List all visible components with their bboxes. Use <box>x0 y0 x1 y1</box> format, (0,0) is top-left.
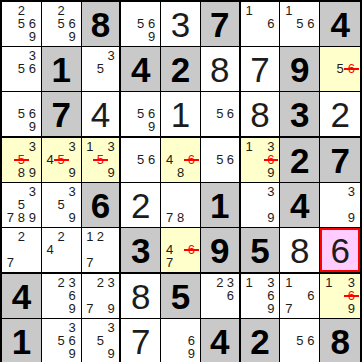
given-digit: 3 <box>131 233 150 268</box>
candidate-5: 5 <box>56 198 67 211</box>
cell-r4c3[interactable]: 1359 <box>82 138 122 183</box>
candidate-5: 5 <box>95 334 106 347</box>
candidate-grid: 16 <box>241 2 280 46</box>
candidate-4: 4 <box>164 153 175 166</box>
candidate-9: 9 <box>266 211 277 224</box>
candidate-grid: 24 <box>42 228 81 272</box>
candidate-3: 3 <box>67 140 78 153</box>
candidate-grid: 35789 <box>2 183 41 227</box>
cell-r3c1[interactable]: 569 <box>2 92 42 138</box>
candidate-2: 2 <box>56 276 67 289</box>
cell-r1c4[interactable]: 569 <box>121 2 161 47</box>
candidate-6: 6 <box>305 334 316 347</box>
candidate-9: 9 <box>27 211 38 224</box>
candidate-3: 3 <box>106 49 117 62</box>
cell-r7c2[interactable]: 2369 <box>42 274 82 319</box>
solved-digit: 8 <box>210 52 229 87</box>
cell-r7c7[interactable]: 1369 <box>241 274 281 319</box>
cell-r8c3[interactable]: 359 <box>82 319 122 362</box>
cell-r5c6[interactable]: 1 <box>201 183 241 228</box>
cell-r2c3[interactable]: 35 <box>82 47 122 92</box>
candidate-9: 9 <box>146 120 157 133</box>
cell-r6c4[interactable]: 3 <box>121 228 161 274</box>
candidate-5: 5 <box>56 334 67 347</box>
candidate-7: 7 <box>85 256 96 269</box>
cell-r2c7[interactable]: 7 <box>241 47 281 92</box>
cell-r3c5[interactable]: 1 <box>161 92 201 138</box>
candidate-5: 5 <box>214 107 225 120</box>
cell-r7c8[interactable]: 167 <box>280 274 320 319</box>
given-digit: 9 <box>290 52 309 87</box>
candidate-grid: 1369 <box>320 274 360 318</box>
candidate-6: 6 <box>146 153 157 166</box>
solved-digit: 8 <box>250 97 269 132</box>
candidate-4: 4 <box>45 243 56 256</box>
candidate-3: 3 <box>27 140 38 153</box>
cell-r1c2[interactable]: 2569 <box>42 2 82 47</box>
candidate-2: 2 <box>56 230 67 243</box>
candidate-5: 5 <box>16 17 27 30</box>
candidate-8: 8 <box>175 211 186 224</box>
candidate-6: 6 <box>225 153 236 166</box>
cell-r2c1[interactable]: 356 <box>2 47 42 92</box>
candidate-7: 7 <box>5 256 16 269</box>
solved-digit: 6 <box>330 233 349 268</box>
solved-digit: 3 <box>171 7 190 42</box>
cell-r8c9[interactable]: 8 <box>320 319 360 362</box>
given-digit: 1 <box>210 188 229 223</box>
candidate-1: 1 <box>283 4 294 17</box>
candidate-7: 7 <box>283 302 294 315</box>
candidate-grid: 3459 <box>42 138 81 182</box>
solved-digit: 4 <box>91 97 110 132</box>
candidate-6: 6 <box>225 289 236 302</box>
candidate-1: 1 <box>85 140 96 153</box>
candidate-8: 8 <box>16 166 27 179</box>
cell-r2c6[interactable]: 8 <box>201 47 241 92</box>
cell-r5c5[interactable]: 78 <box>161 183 201 228</box>
cell-r5c8[interactable]: 4 <box>280 183 320 228</box>
candidate-6: 6 <box>186 153 197 166</box>
candidate-9: 9 <box>266 302 277 315</box>
cell-r4c2[interactable]: 3459 <box>42 138 82 183</box>
given-digit: 4 <box>330 7 349 42</box>
given-digit: 8 <box>91 7 110 42</box>
candidate-6: 6 <box>266 17 277 30</box>
candidate-5: 5 <box>294 334 305 347</box>
candidate-5: 5 <box>56 153 67 166</box>
cell-r6c2[interactable]: 24 <box>42 228 82 274</box>
cell-r1c6[interactable]: 7 <box>201 2 241 47</box>
cell-r3c4[interactable]: 569 <box>121 92 161 138</box>
candidate-2: 2 <box>16 230 27 243</box>
cell-r7c4[interactable]: 8 <box>121 274 161 319</box>
candidate-5: 5 <box>95 62 106 75</box>
cell-r2c5[interactable]: 2 <box>161 47 201 92</box>
candidate-6: 6 <box>305 17 316 30</box>
candidate-grid: 359 <box>42 183 81 227</box>
solved-digit: 2 <box>330 97 349 132</box>
candidate-grid: 236 <box>201 274 239 318</box>
cell-r8c8[interactable]: 56 <box>280 319 320 362</box>
candidate-grid: 127 <box>82 228 120 272</box>
candidate-2: 2 <box>95 276 106 289</box>
candidate-grid: 56 <box>121 138 160 182</box>
candidate-grid: 359 <box>82 319 120 362</box>
given-digit: 7 <box>330 143 349 178</box>
candidate-7: 7 <box>85 302 96 315</box>
given-digit: 2 <box>250 324 269 359</box>
cell-r2c2[interactable]: 1 <box>42 47 82 92</box>
candidate-3: 3 <box>27 185 38 198</box>
candidate-2: 2 <box>214 276 225 289</box>
candidate-9: 9 <box>106 347 117 360</box>
candidate-grid: 569 <box>121 92 160 136</box>
cell-r1c1[interactable]: 2569 <box>2 2 42 47</box>
solved-digit: 8 <box>131 279 150 314</box>
given-digit: 4 <box>131 52 150 87</box>
cell-r3c2[interactable]: 7 <box>42 92 82 138</box>
candidate-grid: 35 <box>82 47 120 91</box>
cell-r8c1[interactable]: 1 <box>2 319 42 362</box>
candidate-7: 7 <box>164 256 175 269</box>
cell-r7c9[interactable]: 1369 <box>320 274 360 319</box>
candidate-9: 9 <box>67 30 78 43</box>
candidate-6: 6 <box>225 107 236 120</box>
candidate-grid: 167 <box>280 274 319 318</box>
candidate-5: 5 <box>294 17 305 30</box>
solved-digit: 7 <box>250 52 269 87</box>
candidate-5: 5 <box>16 62 27 75</box>
candidate-grid: 468 <box>161 138 200 182</box>
cell-r3c8[interactable]: 3 <box>280 92 320 138</box>
cell-r7c6[interactable]: 236 <box>201 274 241 319</box>
given-digit: 7 <box>210 7 229 42</box>
candidate-3: 3 <box>106 276 117 289</box>
given-digit: 8 <box>330 324 349 359</box>
candidate-5: 5 <box>135 153 146 166</box>
cell-r6c1[interactable]: 27 <box>2 228 42 274</box>
cell-r5c2[interactable]: 359 <box>42 183 82 228</box>
given-digit: 2 <box>171 52 190 87</box>
candidate-grid: 467 <box>161 228 200 272</box>
cell-r4c1[interactable]: 3589 <box>2 138 42 183</box>
solved-digit: 2 <box>131 188 150 223</box>
candidate-grid: 69 <box>161 319 200 362</box>
solved-digit: 8 <box>290 233 309 268</box>
cell-r8c6[interactable]: 4 <box>201 319 241 362</box>
candidate-7: 7 <box>164 211 175 224</box>
given-digit: 3 <box>290 97 309 132</box>
cell-r3c3[interactable]: 4 <box>82 92 122 138</box>
candidate-9: 9 <box>146 30 157 43</box>
candidate-1: 1 <box>323 276 334 289</box>
candidate-9: 9 <box>67 347 78 360</box>
candidate-grid: 56 <box>201 92 239 136</box>
cell-r7c5[interactable]: 5 <box>161 274 201 319</box>
cell-r8c7[interactable]: 2 <box>241 319 281 362</box>
cell-r1c5[interactable]: 3 <box>161 2 201 47</box>
cell-r4c4[interactable]: 56 <box>121 138 161 183</box>
candidate-grid: 56 <box>320 47 360 91</box>
candidate-grid: 3589 <box>2 138 41 182</box>
candidate-9: 9 <box>67 211 78 224</box>
given-digit: 4 <box>290 188 309 223</box>
given-digit: 1 <box>51 52 70 87</box>
cell-r4c6[interactable]: 56 <box>201 138 241 183</box>
candidate-grid: 78 <box>161 183 200 227</box>
candidate-9: 9 <box>346 211 357 224</box>
candidate-6: 6 <box>346 62 357 75</box>
candidate-grid: 3569 <box>42 319 81 362</box>
cell-r8c2[interactable]: 3569 <box>42 319 82 362</box>
cell-r6c3[interactable]: 127 <box>82 228 122 274</box>
candidate-grid: 56 <box>280 319 319 362</box>
candidate-1: 1 <box>283 276 294 289</box>
candidate-grid: 39 <box>320 183 360 227</box>
candidate-grid: 1369 <box>241 274 280 318</box>
cell-r6c5[interactable]: 467 <box>161 228 201 274</box>
candidate-5: 5 <box>56 17 67 30</box>
candidate-1: 1 <box>244 4 255 17</box>
given-digit: 4 <box>12 279 31 314</box>
cell-r5c9[interactable]: 39 <box>320 183 360 228</box>
candidate-grid: 1369 <box>241 138 280 182</box>
solved-digit: 1 <box>171 97 190 132</box>
candidate-5: 5 <box>135 107 146 120</box>
cell-r8c5[interactable]: 69 <box>161 319 201 362</box>
candidate-9: 9 <box>67 302 78 315</box>
candidate-grid: 39 <box>241 183 280 227</box>
candidate-grid: 56 <box>201 138 239 182</box>
cell-r7c3[interactable]: 2379 <box>82 274 122 319</box>
cell-r5c1[interactable]: 35789 <box>2 183 42 228</box>
candidate-5: 5 <box>214 153 225 166</box>
candidate-9: 9 <box>186 347 197 360</box>
cell-r3c9[interactable]: 2 <box>320 92 360 138</box>
cell-r2c9[interactable]: 56 <box>320 47 360 92</box>
candidate-9: 9 <box>67 166 78 179</box>
cell-r4c9[interactable]: 7 <box>320 138 360 183</box>
sudoku-board: 2569256985693716156435613542879565697456… <box>0 0 362 362</box>
candidate-grid: 1359 <box>82 138 120 182</box>
given-digit: 4 <box>210 324 229 359</box>
candidate-1: 1 <box>244 140 255 153</box>
given-digit: 2 <box>290 143 309 178</box>
candidate-5: 5 <box>95 153 106 166</box>
cell-r8c4[interactable]: 7 <box>121 319 161 362</box>
candidate-grid: 2379 <box>82 274 120 318</box>
candidate-5: 5 <box>16 107 27 120</box>
candidate-grid: 2369 <box>42 274 81 318</box>
candidate-9: 9 <box>346 302 357 315</box>
solved-digit: 7 <box>131 324 150 359</box>
candidate-6: 6 <box>27 62 38 75</box>
cell-r1c9[interactable]: 4 <box>320 2 360 47</box>
candidate-grid: 156 <box>280 2 319 46</box>
candidate-3: 3 <box>346 185 357 198</box>
cell-r1c3[interactable]: 8 <box>82 2 122 47</box>
candidate-7: 7 <box>5 211 16 224</box>
cell-r1c7[interactable]: 16 <box>241 2 281 47</box>
candidate-9: 9 <box>266 166 277 179</box>
candidate-9: 9 <box>27 30 38 43</box>
cell-r6c9[interactable]: 6 <box>320 228 360 274</box>
cell-r7c1[interactable]: 4 <box>2 274 42 319</box>
cell-r6c7[interactable]: 5 <box>241 228 281 274</box>
cell-r4c5[interactable]: 468 <box>161 138 201 183</box>
candidate-8: 8 <box>16 211 27 224</box>
candidate-grid: 2569 <box>2 2 41 46</box>
candidate-grid: 569 <box>2 92 41 136</box>
cell-r5c7[interactable]: 39 <box>241 183 281 228</box>
candidate-9: 9 <box>106 166 117 179</box>
candidate-9: 9 <box>106 302 117 315</box>
cell-r6c8[interactable]: 8 <box>280 228 320 274</box>
candidate-9: 9 <box>27 120 38 133</box>
candidate-grid: 2569 <box>42 2 81 46</box>
candidate-9: 9 <box>27 166 38 179</box>
candidate-grid: 356 <box>2 47 41 91</box>
candidate-3: 3 <box>266 185 277 198</box>
cell-r3c6[interactable]: 56 <box>201 92 241 138</box>
cell-r5c4[interactable]: 2 <box>121 183 161 228</box>
cell-r6c6[interactable]: 9 <box>201 228 241 274</box>
candidate-3: 3 <box>67 185 78 198</box>
given-digit: 5 <box>250 233 269 268</box>
given-digit: 9 <box>210 233 229 268</box>
given-digit: 1 <box>12 324 31 359</box>
candidate-6: 6 <box>186 243 197 256</box>
candidate-2: 2 <box>95 230 106 243</box>
cell-r3c7[interactable]: 8 <box>241 92 281 138</box>
candidate-6: 6 <box>305 289 316 302</box>
cell-r1c8[interactable]: 156 <box>280 2 320 47</box>
given-digit: 6 <box>91 188 110 223</box>
candidate-8: 8 <box>175 166 186 179</box>
candidate-grid: 569 <box>121 2 160 46</box>
given-digit: 5 <box>171 279 190 314</box>
cell-r4c7[interactable]: 1369 <box>241 138 281 183</box>
cell-r2c8[interactable]: 9 <box>280 47 320 92</box>
cell-r4c8[interactable]: 2 <box>280 138 320 183</box>
given-digit: 7 <box>51 97 70 132</box>
cell-r2c4[interactable]: 4 <box>121 47 161 92</box>
cell-r5c3[interactable]: 6 <box>82 183 122 228</box>
candidate-3: 3 <box>106 140 117 153</box>
candidate-1: 1 <box>244 276 255 289</box>
candidate-5: 5 <box>135 17 146 30</box>
candidate-1: 1 <box>85 230 96 243</box>
candidate-grid: 27 <box>2 228 41 272</box>
candidate-3: 3 <box>106 321 117 334</box>
